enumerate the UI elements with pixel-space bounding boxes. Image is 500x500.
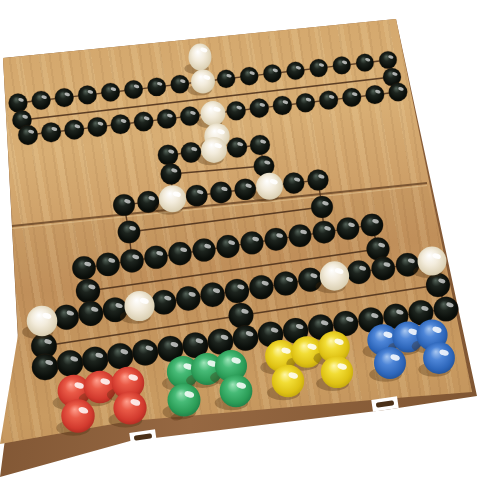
hole-r14-1[interactable]	[57, 350, 83, 376]
white-barricade-marble-r8-2[interactable]	[159, 185, 186, 212]
hole-r2-1[interactable]	[32, 91, 51, 110]
yellow-marble-3[interactable]	[272, 365, 304, 397]
white-barricade-marble-r12-4[interactable]	[124, 291, 154, 321]
hole-r10-8[interactable]	[265, 228, 288, 251]
hole-r12-1[interactable]	[54, 305, 79, 330]
hole-r2-0[interactable]	[9, 94, 28, 113]
hole-r4-15[interactable]	[366, 85, 385, 104]
hole-r2-3[interactable]	[78, 86, 97, 105]
hole-r10-11[interactable]	[337, 217, 359, 239]
hole-r4-2[interactable]	[64, 120, 84, 140]
hole-r10-5[interactable]	[192, 239, 215, 262]
hole-r2-12[interactable]	[287, 62, 305, 80]
hole-r4-6[interactable]	[157, 109, 176, 128]
hole-r14-2[interactable]	[82, 347, 108, 373]
hole-r8-0[interactable]	[113, 194, 135, 216]
hole-r12-6[interactable]	[176, 286, 200, 310]
hole-r4-16[interactable]	[389, 83, 408, 102]
white-barricade-marble-r12-16[interactable]	[418, 247, 447, 276]
hole-r2-9[interactable]	[217, 70, 235, 88]
hole-r12-14[interactable]	[371, 257, 395, 281]
hole-r4-14[interactable]	[342, 88, 361, 107]
hole-r10-0[interactable]	[72, 256, 96, 280]
hole-r2-7[interactable]	[171, 75, 189, 93]
hole-r4-12[interactable]	[296, 93, 315, 112]
hole-r2-10[interactable]	[240, 67, 258, 85]
scene	[0, 0, 500, 500]
hole-r2-15[interactable]	[356, 54, 374, 72]
hole-r2-16[interactable]	[379, 51, 397, 69]
hole-r10-10[interactable]	[313, 221, 336, 244]
hole-r2-14[interactable]	[333, 56, 351, 74]
hole-r8-3[interactable]	[186, 185, 207, 206]
hole-r14-16[interactable]	[434, 297, 459, 322]
hole-r10-7[interactable]	[241, 232, 264, 255]
hole-r10-1[interactable]	[96, 253, 119, 276]
hole-r10-6[interactable]	[217, 235, 240, 258]
hole-r4-10[interactable]	[250, 99, 269, 118]
hole-r8-4[interactable]	[210, 182, 231, 203]
white-barricade-marble-r8-6[interactable]	[256, 173, 283, 200]
hole-r4-0[interactable]	[18, 125, 38, 145]
hole-r4-7[interactable]	[180, 107, 199, 126]
hole-r14-4[interactable]	[132, 340, 158, 366]
hole-r10-9[interactable]	[289, 224, 312, 247]
hole-r4-3[interactable]	[88, 117, 108, 137]
white-barricade-marble-r2-8[interactable]	[191, 70, 215, 94]
hole-r12-5[interactable]	[152, 290, 176, 314]
hole-r14-8[interactable]	[233, 325, 258, 350]
hole-r4-9[interactable]	[227, 101, 246, 120]
hole-r2-13[interactable]	[310, 59, 328, 77]
hole-r10-4[interactable]	[168, 242, 191, 265]
hole-r8-7[interactable]	[283, 173, 304, 194]
hole-r4-4[interactable]	[111, 115, 130, 134]
hole-r9-0[interactable]	[118, 221, 140, 243]
hole-r12-10[interactable]	[274, 272, 298, 296]
hole-r4-1[interactable]	[41, 122, 61, 142]
hole-r6-4[interactable]	[250, 135, 270, 155]
hole-r9-1[interactable]	[311, 196, 333, 218]
goal-white-marble[interactable]	[189, 44, 212, 71]
red-marble-4[interactable]	[113, 391, 146, 424]
hole-r14-3[interactable]	[107, 343, 133, 369]
hole-r6-0[interactable]	[158, 145, 178, 165]
hole-r12-13[interactable]	[347, 260, 371, 284]
hole-r2-11[interactable]	[263, 64, 281, 82]
white-barricade-marble-r4-8[interactable]	[201, 101, 226, 126]
hole-r13-1[interactable]	[229, 303, 254, 328]
hole-r7-0[interactable]	[161, 164, 182, 185]
game-board	[0, 0, 500, 500]
blue-marble-4[interactable]	[423, 342, 455, 374]
hole-r10-3[interactable]	[144, 246, 167, 269]
green-marble-4[interactable]	[220, 375, 253, 408]
hole-r11-0[interactable]	[76, 279, 100, 303]
hole-r12-2[interactable]	[78, 301, 103, 326]
hole-r2-5[interactable]	[124, 80, 143, 99]
green-marble-3[interactable]	[168, 384, 201, 417]
hole-r2-2[interactable]	[55, 88, 74, 107]
red-marble-3[interactable]	[61, 399, 94, 432]
white-barricade-marble-r6-2[interactable]	[201, 137, 227, 163]
hole-r10-12[interactable]	[361, 214, 383, 236]
track-line-r7	[171, 166, 264, 174]
hole-r12-9[interactable]	[249, 275, 273, 299]
white-barricade-marble-r12-12[interactable]	[320, 261, 349, 290]
hole-r2-4[interactable]	[101, 83, 120, 102]
hole-r2-6[interactable]	[148, 78, 166, 96]
hole-r12-8[interactable]	[225, 279, 249, 303]
hole-r4-11[interactable]	[273, 96, 292, 115]
white-barricade-marble-r12-0[interactable]	[27, 306, 58, 337]
hole-r6-3[interactable]	[227, 137, 247, 157]
hole-r14-0[interactable]	[32, 354, 58, 380]
yellow-marble-4[interactable]	[321, 356, 353, 388]
hole-r8-8[interactable]	[307, 169, 328, 190]
hole-r12-7[interactable]	[200, 283, 224, 307]
hole-r10-2[interactable]	[120, 249, 143, 272]
hole-r4-5[interactable]	[134, 112, 153, 131]
hole-r4-13[interactable]	[319, 91, 338, 110]
blue-marble-3[interactable]	[374, 347, 406, 379]
